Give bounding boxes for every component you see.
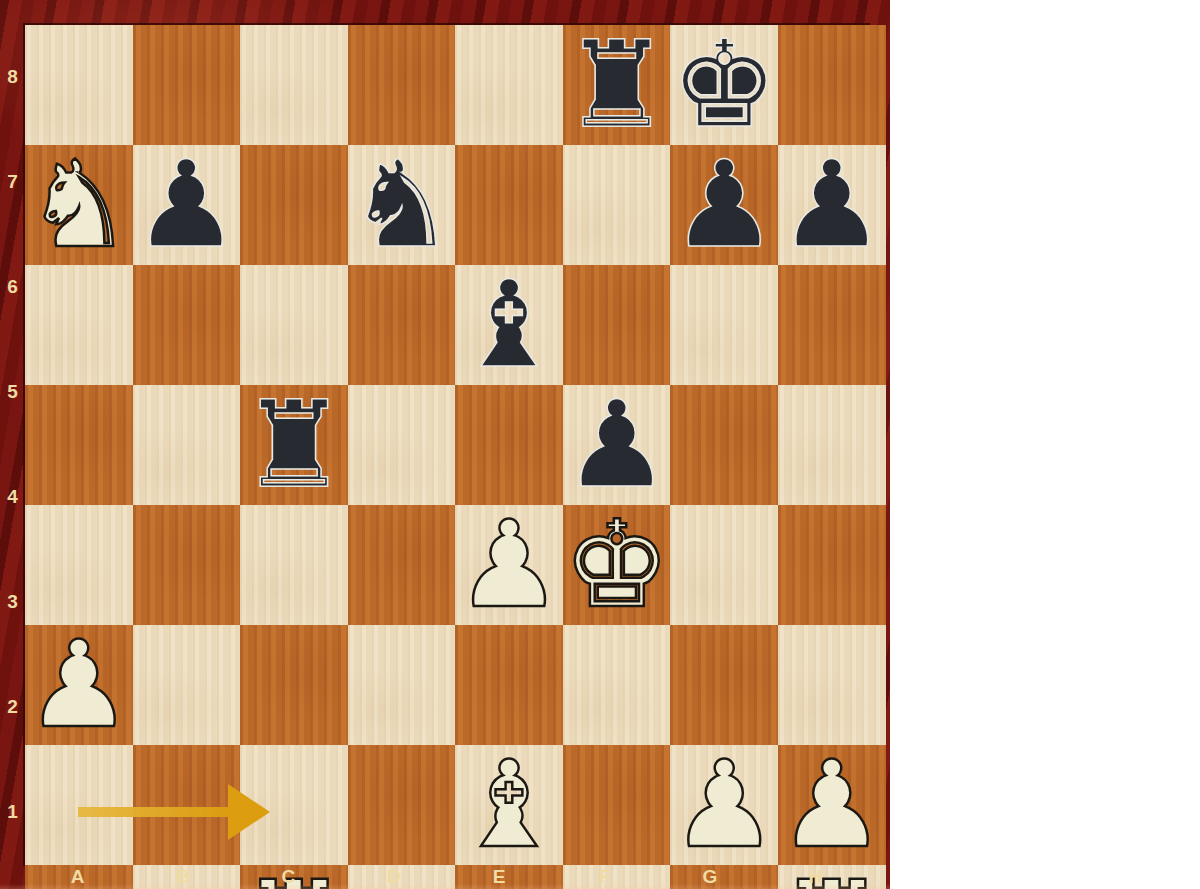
square-a4[interactable] (25, 505, 133, 625)
rank-label-8: 8 (0, 25, 25, 130)
chess-board: ♜♚♞♟♞♟♟♝♜♟♟♚♟♝♟♟♜♜ 87654321 ABCDEFGH (0, 0, 890, 889)
white-bishop[interactable]: ♝ (455, 745, 563, 865)
black-pawn[interactable]: ♟ (778, 145, 886, 265)
file-label-c: C (236, 864, 341, 889)
rank-label-6: 6 (0, 235, 25, 340)
square-b2[interactable] (133, 745, 241, 865)
square-c7[interactable] (240, 145, 348, 265)
black-pawn[interactable]: ♟ (563, 385, 671, 505)
file-label-f: F (552, 864, 657, 889)
square-a7[interactable]: ♞ (25, 145, 133, 265)
white-pawn[interactable]: ♟ (778, 745, 886, 865)
square-d2[interactable] (348, 745, 456, 865)
square-h5[interactable] (778, 385, 886, 505)
square-d7[interactable]: ♞ (348, 145, 456, 265)
white-king[interactable]: ♚ (563, 505, 671, 625)
black-pawn[interactable]: ♟ (670, 145, 778, 265)
square-g6[interactable] (670, 265, 778, 385)
square-b4[interactable] (133, 505, 241, 625)
square-a8[interactable] (25, 25, 133, 145)
rank-label-1: 1 (0, 759, 25, 864)
square-d4[interactable] (348, 505, 456, 625)
square-f8[interactable]: ♜ (563, 25, 671, 145)
page-background: ♜♚♞♟♞♟♟♝♜♟♟♚♟♝♟♟♜♜ 87654321 ABCDEFGH (0, 0, 1200, 889)
square-b5[interactable] (133, 385, 241, 505)
square-g4[interactable] (670, 505, 778, 625)
square-f6[interactable] (563, 265, 671, 385)
square-e4[interactable]: ♟ (455, 505, 563, 625)
square-d8[interactable] (348, 25, 456, 145)
square-g3[interactable] (670, 625, 778, 745)
square-c4[interactable] (240, 505, 348, 625)
square-c2[interactable] (240, 745, 348, 865)
square-g8[interactable]: ♚ (670, 25, 778, 145)
square-h2[interactable]: ♟ (778, 745, 886, 865)
black-rook[interactable]: ♜ (240, 385, 348, 505)
square-g7[interactable]: ♟ (670, 145, 778, 265)
square-c3[interactable] (240, 625, 348, 745)
file-label-d: D (341, 864, 446, 889)
square-h6[interactable] (778, 265, 886, 385)
rank-label-7: 7 (0, 130, 25, 235)
square-f7[interactable] (563, 145, 671, 265)
square-e5[interactable] (455, 385, 563, 505)
square-d5[interactable] (348, 385, 456, 505)
black-rook[interactable]: ♜ (563, 25, 671, 145)
square-a3[interactable]: ♟ (25, 625, 133, 745)
square-f3[interactable] (563, 625, 671, 745)
rank-label-3: 3 (0, 549, 25, 654)
black-pawn[interactable]: ♟ (133, 145, 241, 265)
white-pawn[interactable]: ♟ (670, 745, 778, 865)
square-f5[interactable]: ♟ (563, 385, 671, 505)
square-e6[interactable]: ♝ (455, 265, 563, 385)
square-h7[interactable]: ♟ (778, 145, 886, 265)
square-c6[interactable] (240, 265, 348, 385)
square-c8[interactable] (240, 25, 348, 145)
square-b7[interactable]: ♟ (133, 145, 241, 265)
square-b6[interactable] (133, 265, 241, 385)
square-a6[interactable] (25, 265, 133, 385)
white-pawn[interactable]: ♟ (455, 505, 563, 625)
white-knight[interactable]: ♞ (25, 145, 133, 265)
square-d6[interactable] (348, 265, 456, 385)
file-label-h: H (763, 864, 868, 889)
square-e2[interactable]: ♝ (455, 745, 563, 865)
black-king[interactable]: ♚ (670, 25, 778, 145)
square-h3[interactable] (778, 625, 886, 745)
white-pawn[interactable]: ♟ (25, 625, 133, 745)
square-h8[interactable] (778, 25, 886, 145)
black-knight[interactable]: ♞ (348, 145, 456, 265)
square-b8[interactable] (133, 25, 241, 145)
square-g5[interactable] (670, 385, 778, 505)
black-bishop[interactable]: ♝ (455, 265, 563, 385)
rank-label-4: 4 (0, 445, 25, 550)
file-label-a: A (25, 864, 130, 889)
square-e3[interactable] (455, 625, 563, 745)
board-squares: ♜♚♞♟♞♟♟♝♜♟♟♚♟♝♟♟♜♜ (25, 25, 868, 864)
file-label-g: G (657, 864, 762, 889)
square-e8[interactable] (455, 25, 563, 145)
square-f4[interactable]: ♚ (563, 505, 671, 625)
rank-label-5: 5 (0, 340, 25, 445)
square-g2[interactable]: ♟ (670, 745, 778, 865)
square-d3[interactable] (348, 625, 456, 745)
square-a5[interactable] (25, 385, 133, 505)
square-e7[interactable] (455, 145, 563, 265)
square-a2[interactable] (25, 745, 133, 865)
square-b3[interactable] (133, 625, 241, 745)
square-c5[interactable]: ♜ (240, 385, 348, 505)
file-label-e: E (447, 864, 552, 889)
square-f2[interactable] (563, 745, 671, 865)
square-h4[interactable] (778, 505, 886, 625)
file-label-b: B (130, 864, 235, 889)
rank-label-2: 2 (0, 654, 25, 759)
